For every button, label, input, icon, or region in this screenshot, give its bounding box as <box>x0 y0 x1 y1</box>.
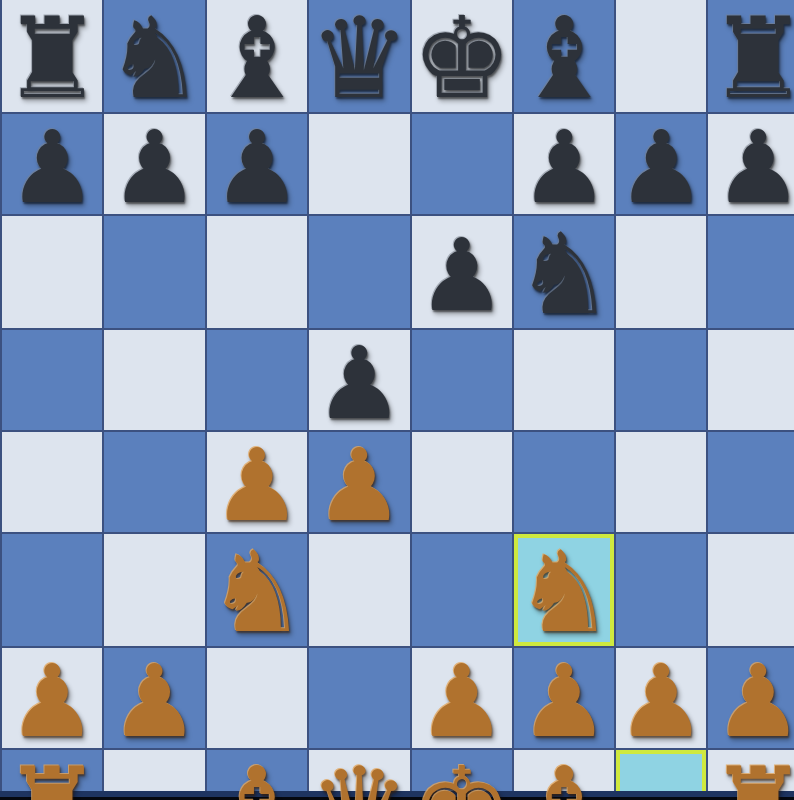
white-bishop[interactable]: ♝ <box>207 752 307 800</box>
black-knight[interactable]: ♞ <box>104 2 204 114</box>
square-h8[interactable]: ♜ <box>708 0 794 112</box>
square-c4[interactable]: ♟ <box>207 432 307 532</box>
square-g3[interactable] <box>616 534 706 646</box>
square-f7[interactable]: ♟ <box>514 114 614 214</box>
black-bishop[interactable]: ♝ <box>514 2 614 114</box>
white-pawn[interactable]: ♟ <box>212 436 302 536</box>
black-pawn[interactable]: ♟ <box>110 118 200 218</box>
square-b5[interactable] <box>104 330 204 430</box>
black-pawn[interactable]: ♟ <box>417 226 507 326</box>
square-h4[interactable] <box>708 432 794 532</box>
black-bishop[interactable]: ♝ <box>207 2 307 114</box>
square-e2[interactable]: ♟ <box>412 648 512 748</box>
square-g4[interactable] <box>616 432 706 532</box>
square-e4[interactable] <box>412 432 512 532</box>
square-g2[interactable]: ♟ <box>616 648 706 748</box>
square-a1[interactable]: ♜ <box>2 750 102 800</box>
square-c8[interactable]: ♝ <box>207 0 307 112</box>
black-pawn[interactable]: ♟ <box>713 118 794 218</box>
white-rook[interactable]: ♜ <box>2 752 102 800</box>
black-pawn[interactable]: ♟ <box>315 334 405 434</box>
square-d3[interactable] <box>309 534 409 646</box>
square-c3[interactable]: ♞ <box>207 534 307 646</box>
white-rook[interactable]: ♜ <box>708 752 794 800</box>
square-a8[interactable]: ♜ <box>2 0 102 112</box>
square-c7[interactable]: ♟ <box>207 114 307 214</box>
square-a5[interactable] <box>2 330 102 430</box>
square-e7[interactable] <box>412 114 512 214</box>
white-queen[interactable]: ♛ <box>309 752 409 800</box>
square-h7[interactable]: ♟ <box>708 114 794 214</box>
white-knight[interactable]: ♞ <box>207 536 307 648</box>
square-f5[interactable] <box>514 330 614 430</box>
black-rook[interactable]: ♜ <box>2 2 102 114</box>
square-f3[interactable]: ♞ <box>514 534 614 646</box>
square-e1[interactable]: ♚ <box>412 750 512 800</box>
chess-board: ♜♞♝♛♚♝♜♟♟♟♟♟♟♟♞♟♟♟♞♞♟♟♟♟♟♟♜♝♛♚♝♜ <box>0 0 794 789</box>
square-g7[interactable]: ♟ <box>616 114 706 214</box>
white-pawn[interactable]: ♟ <box>616 652 706 752</box>
square-d7[interactable] <box>309 114 409 214</box>
black-king[interactable]: ♚ <box>412 2 512 114</box>
square-e5[interactable] <box>412 330 512 430</box>
square-b2[interactable]: ♟ <box>104 648 204 748</box>
square-h1[interactable]: ♜ <box>708 750 794 800</box>
white-king[interactable]: ♚ <box>412 752 512 800</box>
square-d1[interactable]: ♛ <box>309 750 409 800</box>
chess-app: ♜♞♝♛♚♝♜♟♟♟♟♟♟♟♞♟♟♟♞♞♟♟♟♟♟♟♜♝♛♚♝♜ <box>0 0 794 800</box>
square-h3[interactable] <box>708 534 794 646</box>
square-c2[interactable] <box>207 648 307 748</box>
black-pawn[interactable]: ♟ <box>519 118 609 218</box>
square-d5[interactable]: ♟ <box>309 330 409 430</box>
white-bishop[interactable]: ♝ <box>514 752 614 800</box>
square-b8[interactable]: ♞ <box>104 0 204 112</box>
black-pawn[interactable]: ♟ <box>616 118 706 218</box>
square-e8[interactable]: ♚ <box>412 0 512 112</box>
square-b7[interactable]: ♟ <box>104 114 204 214</box>
square-b6[interactable] <box>104 216 204 328</box>
white-pawn[interactable]: ♟ <box>417 652 507 752</box>
square-e3[interactable] <box>412 534 512 646</box>
square-g8[interactable] <box>616 0 706 112</box>
square-d6[interactable] <box>309 216 409 328</box>
square-g6[interactable] <box>616 216 706 328</box>
white-pawn[interactable]: ♟ <box>519 652 609 752</box>
white-pawn[interactable]: ♟ <box>713 652 794 752</box>
black-pawn[interactable]: ♟ <box>212 118 302 218</box>
square-c5[interactable] <box>207 330 307 430</box>
white-pawn[interactable]: ♟ <box>110 652 200 752</box>
square-f6[interactable]: ♞ <box>514 216 614 328</box>
square-a2[interactable]: ♟ <box>2 648 102 748</box>
black-pawn[interactable]: ♟ <box>7 118 97 218</box>
square-f1[interactable]: ♝ <box>514 750 614 800</box>
black-queen[interactable]: ♛ <box>309 2 409 114</box>
square-a3[interactable] <box>2 534 102 646</box>
square-c6[interactable] <box>207 216 307 328</box>
square-e6[interactable]: ♟ <box>412 216 512 328</box>
black-knight[interactable]: ♞ <box>514 218 614 330</box>
square-d8[interactable]: ♛ <box>309 0 409 112</box>
square-f4[interactable] <box>514 432 614 532</box>
square-g5[interactable] <box>616 330 706 430</box>
square-d4[interactable]: ♟ <box>309 432 409 532</box>
square-a6[interactable] <box>2 216 102 328</box>
square-b3[interactable] <box>104 534 204 646</box>
square-h5[interactable] <box>708 330 794 430</box>
square-b4[interactable] <box>104 432 204 532</box>
black-rook[interactable]: ♜ <box>708 2 794 114</box>
square-f8[interactable]: ♝ <box>514 0 614 112</box>
square-c1[interactable]: ♝ <box>207 750 307 800</box>
square-d2[interactable] <box>309 648 409 748</box>
white-pawn[interactable]: ♟ <box>315 436 405 536</box>
white-pawn[interactable]: ♟ <box>7 652 97 752</box>
square-h6[interactable] <box>708 216 794 328</box>
white-knight[interactable]: ♞ <box>514 536 614 648</box>
square-f2[interactable]: ♟ <box>514 648 614 748</box>
square-a7[interactable]: ♟ <box>2 114 102 214</box>
square-h2[interactable]: ♟ <box>708 648 794 748</box>
square-a4[interactable] <box>2 432 102 532</box>
